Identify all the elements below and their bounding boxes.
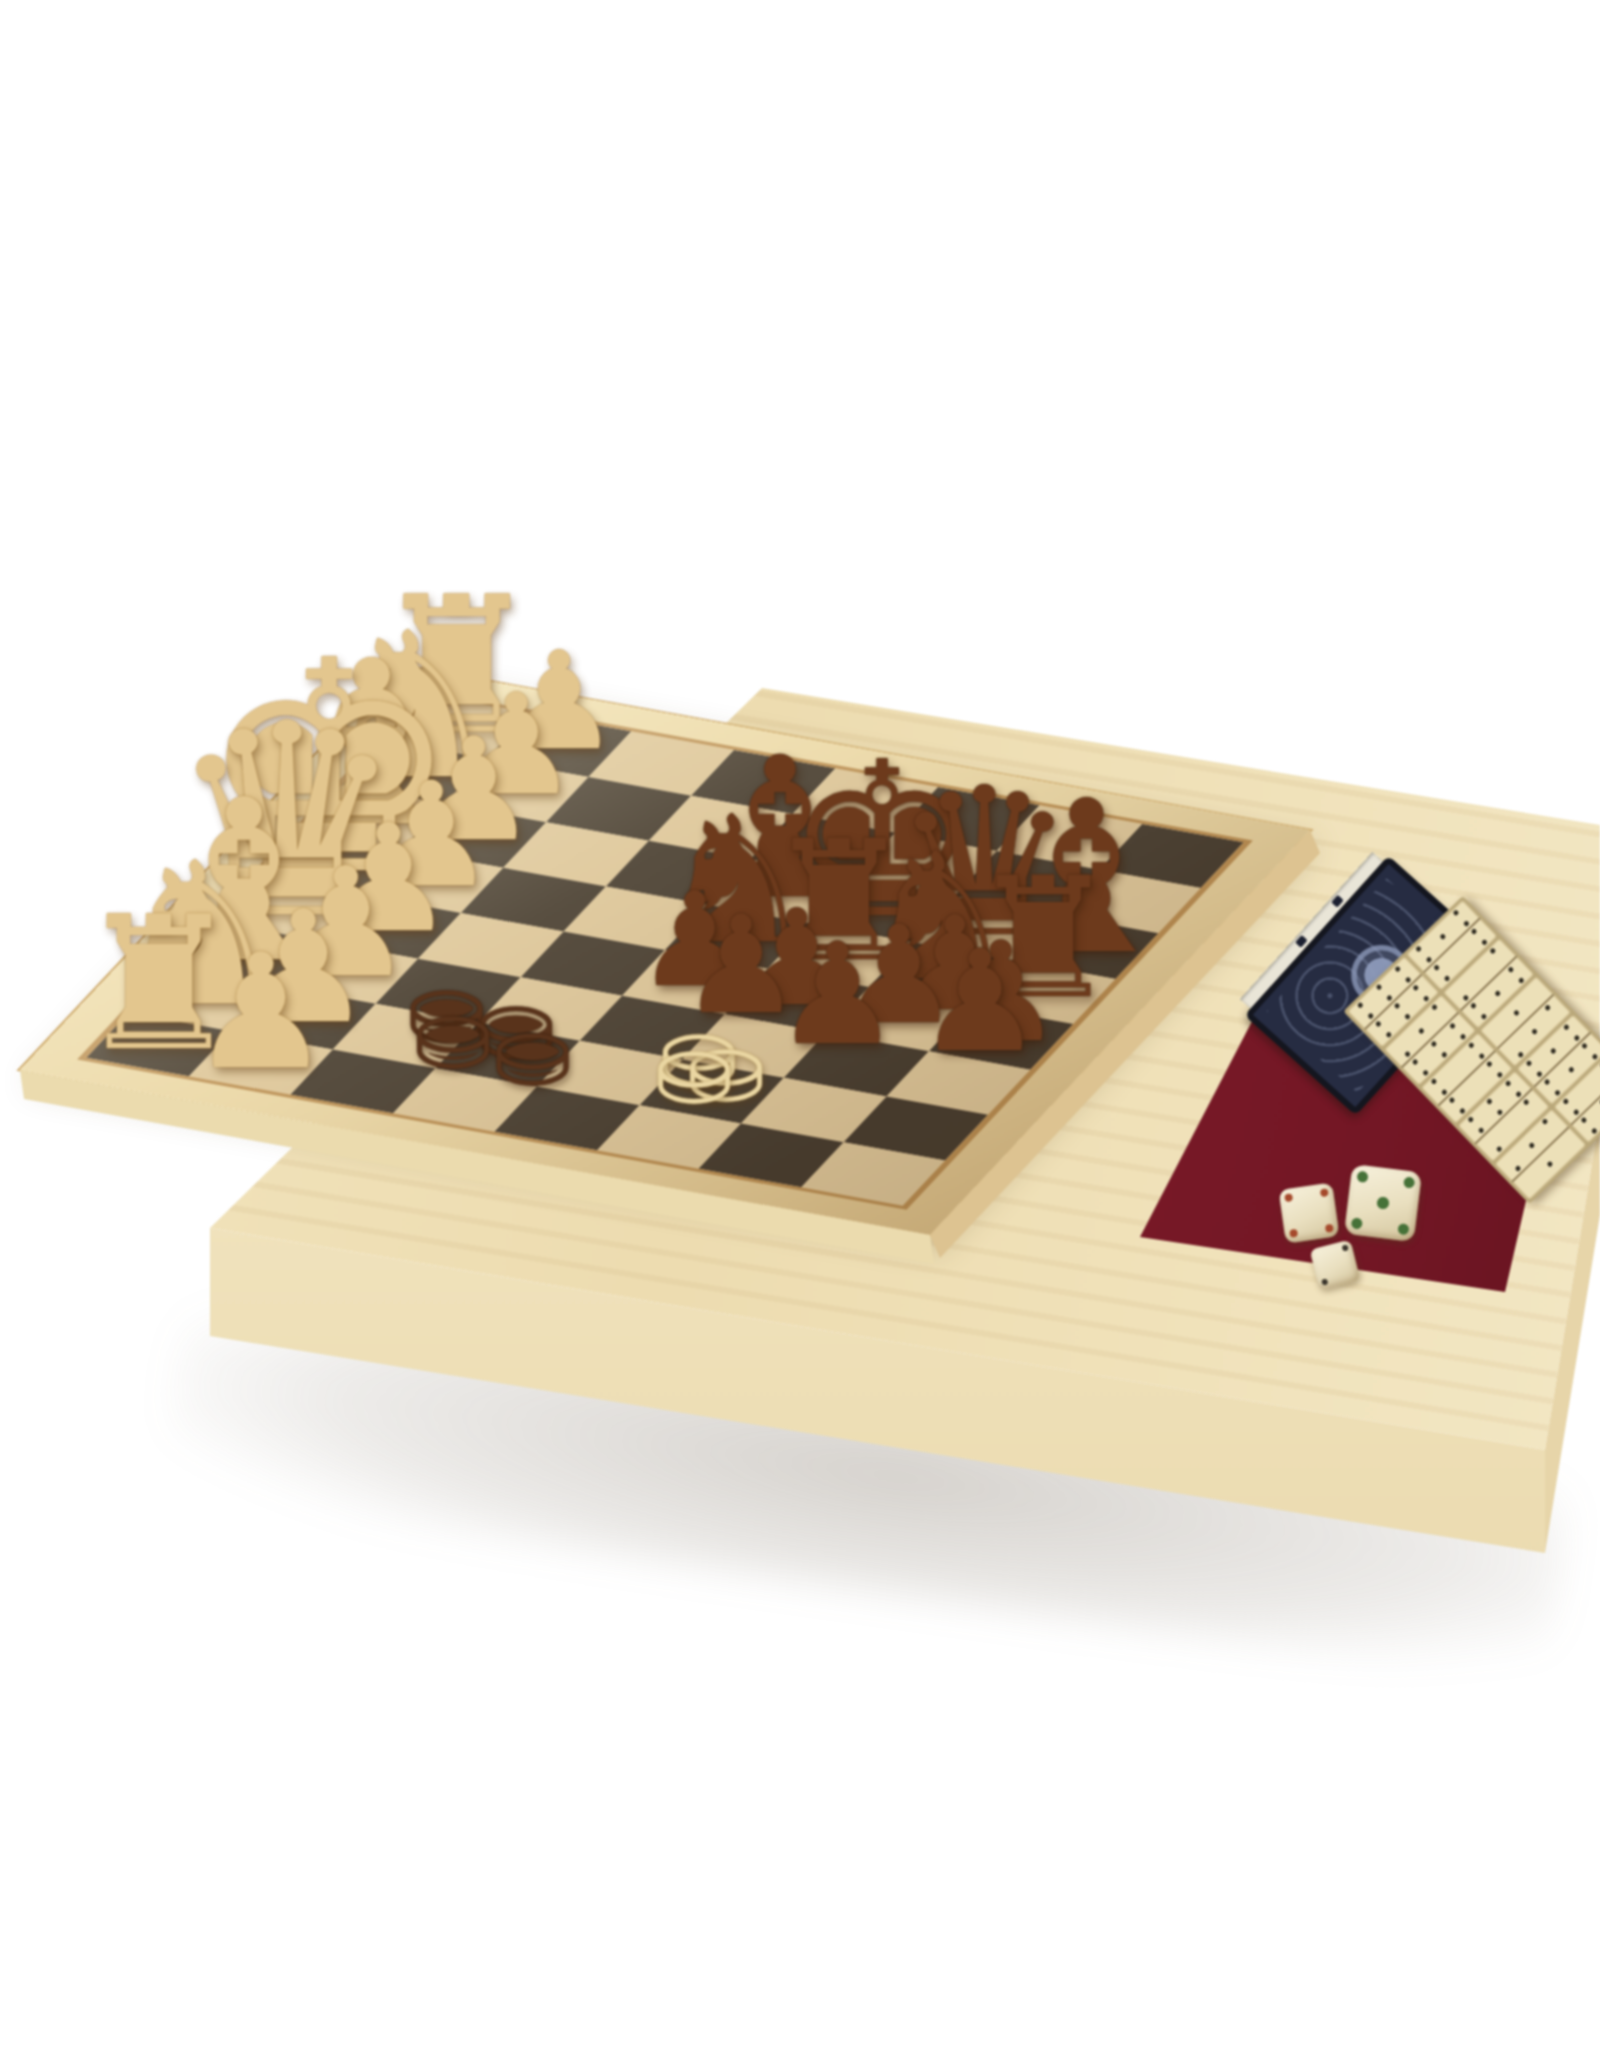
pip (1403, 1177, 1415, 1189)
pip (1377, 1197, 1389, 1209)
page: ♜♟♞♟♝♟♚♟♝♛♚♟♛♞♝♝♜♟♞♟♜♞♟♟♟♟♟⛂♟♟♜⛂♟⛂♟⛂⛀⛀⛀ (0, 0, 1600, 2048)
pip (1321, 1278, 1329, 1286)
pip (1284, 1193, 1294, 1203)
pip (1397, 1223, 1409, 1235)
product-photo-scene: ♜♟♞♟♝♟♚♟♝♛♚♟♛♞♝♝♜♟♞♟♜♞♟♟♟♟♟⛂♟♟♜⛂♟⛂♟⛂⛀⛀⛀ (0, 0, 1600, 2048)
pip (1319, 1188, 1329, 1198)
pip (1324, 1223, 1334, 1233)
die (1310, 1240, 1361, 1291)
die (1279, 1183, 1340, 1244)
die (1344, 1164, 1422, 1242)
dice-layer (0, 0, 1600, 2048)
pip (1351, 1217, 1363, 1229)
pip (1289, 1228, 1299, 1238)
pip (1341, 1244, 1349, 1252)
pip (1357, 1171, 1369, 1183)
